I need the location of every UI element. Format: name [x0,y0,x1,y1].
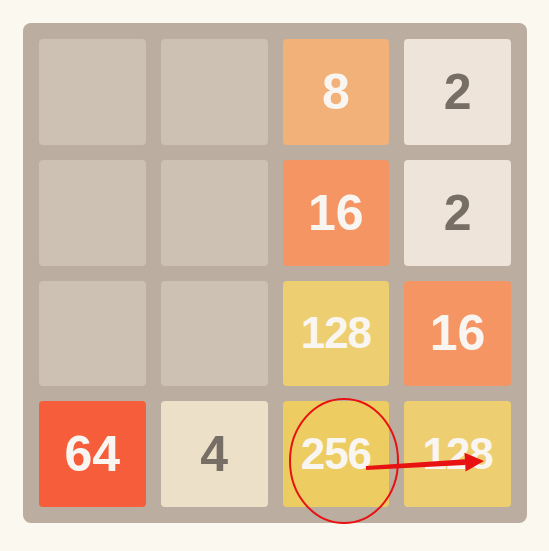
tile-128-r4c4: 128 [404,401,511,507]
cell-empty-r1c1 [39,39,146,145]
tile-64-r4c1: 64 [39,401,146,507]
tile-2-r1c4: 2 [404,39,511,145]
tile-16-r2c3: 16 [283,160,390,266]
tile-8-r1c3: 8 [283,39,390,145]
cell-empty-r3c2 [161,281,268,387]
cell-empty-r1c2 [161,39,268,145]
cell-empty-r2c2 [161,160,268,266]
tile-128-r3c3: 128 [283,281,390,387]
tile-2-r2c4: 2 [404,160,511,266]
cell-empty-r2c1 [39,160,146,266]
tile-256-r4c3: 256 [283,401,390,507]
tile-4-r4c2: 4 [161,401,268,507]
cell-empty-r3c1 [39,281,146,387]
page-background: 8216212816644256128 [0,0,549,551]
tile-16-r3c4: 16 [404,281,511,387]
board-grid[interactable]: 8216212816644256128 [23,23,527,523]
